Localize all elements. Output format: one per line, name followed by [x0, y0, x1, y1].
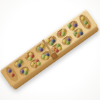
bead-navy: [78, 30, 84, 36]
product-photo-background: [0, 0, 100, 100]
bead-orange: [86, 23, 92, 29]
bead-red: [9, 72, 15, 78]
mancala-board: [0, 9, 100, 91]
pit-grid: [0, 9, 98, 88]
bead-yellow: [57, 46, 63, 52]
